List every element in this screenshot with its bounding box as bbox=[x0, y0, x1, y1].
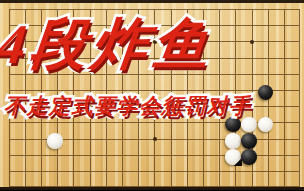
board-cell bbox=[9, 139, 25, 155]
board-cell bbox=[9, 122, 25, 138]
board-cell bbox=[284, 122, 300, 138]
stone-black bbox=[241, 133, 257, 149]
board-cell bbox=[171, 139, 187, 155]
board-cell bbox=[25, 139, 41, 155]
board-cell bbox=[122, 122, 138, 138]
board-cell bbox=[57, 171, 73, 187]
subtitle-text: 不走定式要学会惩罚对手 不走定式要学会惩罚对手 bbox=[4, 91, 252, 121]
board-cell bbox=[268, 139, 284, 155]
board-cell bbox=[138, 155, 154, 171]
stone-black bbox=[258, 85, 274, 101]
board-cell bbox=[106, 155, 122, 171]
board-cell bbox=[268, 155, 284, 171]
stone-black bbox=[241, 149, 257, 165]
board-cell bbox=[122, 139, 138, 155]
board-cell bbox=[154, 74, 170, 90]
board-cell bbox=[203, 122, 219, 138]
board-cell bbox=[73, 122, 89, 138]
board-cell bbox=[235, 74, 251, 90]
video-thumbnail-frame: 4段炸鱼 4段炸鱼 不走定式要学会惩罚对手 不走定式要学会惩罚对手 bbox=[0, 0, 304, 190]
board-cell bbox=[106, 171, 122, 187]
board-cell bbox=[106, 139, 122, 155]
board-cell bbox=[25, 155, 41, 171]
board-cell bbox=[219, 171, 235, 187]
board-cell bbox=[187, 122, 203, 138]
board-cell bbox=[252, 9, 268, 25]
board-cell bbox=[122, 155, 138, 171]
board-cell bbox=[187, 171, 203, 187]
board-cell bbox=[284, 58, 300, 74]
board-cell bbox=[203, 74, 219, 90]
bottom-letterbox-strip bbox=[0, 187, 304, 191]
board-cell bbox=[219, 58, 235, 74]
board-cell bbox=[219, 9, 235, 25]
board-cell bbox=[90, 122, 106, 138]
board-cell bbox=[252, 58, 268, 74]
title-text: 4段炸鱼 4段炸鱼 bbox=[0, 12, 217, 76]
board-cell bbox=[252, 171, 268, 187]
board-cell bbox=[284, 74, 300, 90]
board-cell bbox=[284, 106, 300, 122]
board-cell bbox=[171, 74, 187, 90]
board-cell bbox=[106, 74, 122, 90]
board-cell bbox=[9, 155, 25, 171]
board-cell bbox=[252, 25, 268, 41]
board-cell bbox=[187, 74, 203, 90]
stone-white bbox=[47, 133, 63, 149]
board-cell bbox=[171, 155, 187, 171]
board-cell bbox=[219, 25, 235, 41]
board-cell bbox=[90, 155, 106, 171]
board-cell bbox=[187, 139, 203, 155]
board-cell bbox=[187, 155, 203, 171]
board-cell bbox=[268, 9, 284, 25]
board-cell bbox=[122, 74, 138, 90]
board-cell bbox=[90, 74, 106, 90]
board-cell bbox=[154, 171, 170, 187]
board-cell bbox=[106, 122, 122, 138]
board-cell bbox=[268, 58, 284, 74]
board-cell bbox=[235, 171, 251, 187]
top-letterbox-strip bbox=[0, 0, 304, 3]
board-cell bbox=[154, 139, 170, 155]
board-cell bbox=[171, 171, 187, 187]
board-cell bbox=[41, 155, 57, 171]
board-cell bbox=[25, 122, 41, 138]
board-cell bbox=[25, 74, 41, 90]
board-cell bbox=[90, 171, 106, 187]
board-cell bbox=[284, 41, 300, 57]
board-cell bbox=[154, 155, 170, 171]
board-cell bbox=[9, 74, 25, 90]
board-cell bbox=[138, 74, 154, 90]
stone-white bbox=[225, 149, 241, 165]
board-cell bbox=[235, 9, 251, 25]
board-cell bbox=[235, 58, 251, 74]
board-cell bbox=[284, 171, 300, 187]
board-cell bbox=[73, 74, 89, 90]
board-cell bbox=[268, 25, 284, 41]
board-cell bbox=[219, 74, 235, 90]
board-cell bbox=[268, 41, 284, 57]
board-cell bbox=[203, 155, 219, 171]
board-cell bbox=[41, 74, 57, 90]
subtitle-fill: 不走定式要学会惩罚对手 bbox=[4, 91, 252, 121]
board-cell bbox=[9, 171, 25, 187]
board-cell bbox=[268, 171, 284, 187]
board-cell bbox=[57, 74, 73, 90]
board-cell bbox=[138, 171, 154, 187]
board-cell bbox=[57, 155, 73, 171]
board-cell bbox=[25, 171, 41, 187]
board-cell bbox=[284, 155, 300, 171]
board-cell bbox=[90, 139, 106, 155]
board-cell bbox=[73, 155, 89, 171]
board-cell bbox=[284, 90, 300, 106]
board-cell bbox=[138, 122, 154, 138]
board-cell bbox=[203, 139, 219, 155]
board-cell bbox=[138, 139, 154, 155]
board-cell bbox=[154, 122, 170, 138]
board-cell bbox=[73, 171, 89, 187]
board-cell bbox=[203, 171, 219, 187]
board-cell bbox=[73, 139, 89, 155]
board-cell bbox=[284, 25, 300, 41]
board-cell bbox=[284, 139, 300, 155]
board-cell bbox=[122, 171, 138, 187]
board-cell bbox=[219, 41, 235, 57]
board-cell bbox=[41, 171, 57, 187]
stone-white bbox=[225, 133, 241, 149]
board-cell bbox=[235, 25, 251, 41]
title-fill: 4段炸鱼 bbox=[0, 12, 217, 76]
board-cell bbox=[235, 41, 251, 57]
board-cell bbox=[252, 41, 268, 57]
board-cell bbox=[171, 122, 187, 138]
board-cell bbox=[284, 9, 300, 25]
